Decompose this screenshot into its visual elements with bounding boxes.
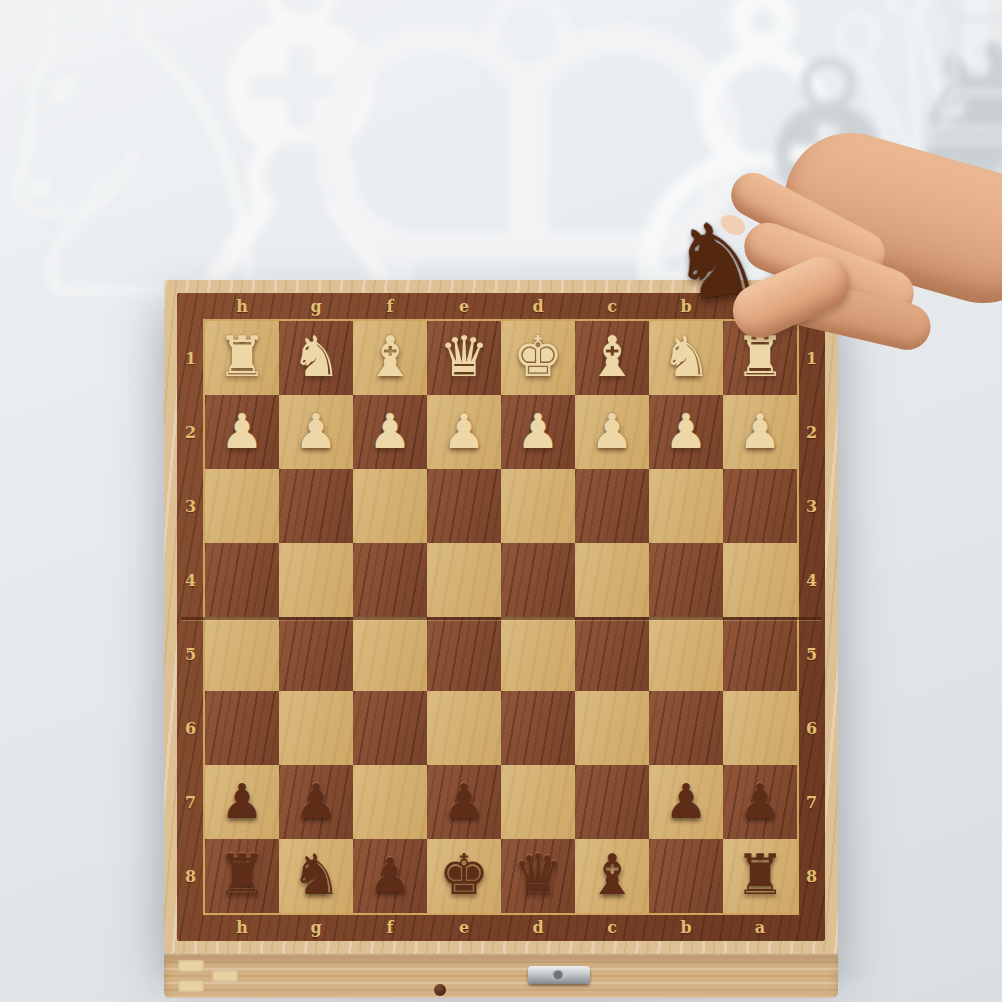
piece-dark-bishop[interactable]: ♝ <box>575 839 649 911</box>
piece-dark-pawn[interactable]: ♟ <box>649 765 723 837</box>
piece-dark-pawn[interactable]: ♟ <box>723 765 797 837</box>
square-g1[interactable]: ♞ <box>279 321 353 395</box>
square-g7[interactable]: ♟ <box>279 765 353 839</box>
coord-label-d: d <box>501 916 575 939</box>
square-a3[interactable] <box>723 469 797 543</box>
piece-light-knight[interactable]: ♞ <box>279 321 353 393</box>
square-c3[interactable] <box>575 469 649 543</box>
piece-light-pawn[interactable]: ♟ <box>353 395 427 467</box>
coord-label-6: 6 <box>179 691 202 765</box>
coord-label-2: 2 <box>800 395 823 469</box>
coord-label-3: 3 <box>800 469 823 543</box>
square-f3[interactable] <box>353 469 427 543</box>
dovetail-joint <box>212 970 238 982</box>
square-c7[interactable] <box>575 765 649 839</box>
coord-label-b: b <box>649 916 723 939</box>
fold-seam <box>181 617 821 620</box>
square-b2[interactable]: ♟ <box>649 395 723 469</box>
piece-light-pawn[interactable]: ♟ <box>575 395 649 467</box>
coord-label-8: 8 <box>179 839 202 913</box>
square-f7[interactable] <box>353 765 427 839</box>
square-e8[interactable]: ♚ <box>427 839 501 913</box>
square-f4[interactable] <box>353 543 427 617</box>
square-b7[interactable]: ♟ <box>649 765 723 839</box>
square-b8[interactable] <box>649 839 723 913</box>
coord-label-5: 5 <box>800 617 823 691</box>
square-d2[interactable]: ♟ <box>501 395 575 469</box>
coord-label-g: g <box>279 916 353 939</box>
square-c6[interactable] <box>575 691 649 765</box>
file-labels-bottom: hgfedcba <box>205 916 797 939</box>
square-a4[interactable] <box>723 543 797 617</box>
piece-light-king[interactable]: ♚ <box>501 321 575 393</box>
square-g4[interactable] <box>279 543 353 617</box>
coord-label-7: 7 <box>179 765 202 839</box>
square-e1[interactable]: ♛ <box>427 321 501 395</box>
metal-latch <box>528 966 590 984</box>
coord-label-g: g <box>279 295 353 318</box>
hand: ♞ <box>690 118 1002 396</box>
square-b3[interactable] <box>649 469 723 543</box>
coord-label-a: a <box>723 916 797 939</box>
square-g3[interactable] <box>279 469 353 543</box>
square-f2[interactable]: ♟ <box>353 395 427 469</box>
square-c5[interactable] <box>575 617 649 691</box>
square-d4[interactable] <box>501 543 575 617</box>
square-d3[interactable] <box>501 469 575 543</box>
square-h6[interactable] <box>205 691 279 765</box>
square-d5[interactable] <box>501 617 575 691</box>
square-h1[interactable]: ♜ <box>205 321 279 395</box>
square-h3[interactable] <box>205 469 279 543</box>
square-c1[interactable]: ♝ <box>575 321 649 395</box>
square-c8[interactable]: ♝ <box>575 839 649 913</box>
piece-light-bishop[interactable]: ♝ <box>353 321 427 393</box>
square-h5[interactable] <box>205 617 279 691</box>
square-e5[interactable] <box>427 617 501 691</box>
square-f5[interactable] <box>353 617 427 691</box>
dovetail-joint <box>178 960 204 972</box>
latch-knob <box>434 984 446 996</box>
coord-label-f: f <box>353 916 427 939</box>
piece-light-pawn[interactable]: ♟ <box>427 395 501 467</box>
piece-light-pawn[interactable]: ♟ <box>723 395 797 467</box>
square-a6[interactable] <box>723 691 797 765</box>
piece-light-pawn[interactable]: ♟ <box>501 395 575 467</box>
piece-light-bishop[interactable]: ♝ <box>575 321 649 393</box>
square-h7[interactable]: ♟ <box>205 765 279 839</box>
square-f8[interactable]: ♟ <box>353 839 427 913</box>
square-g2[interactable]: ♟ <box>279 395 353 469</box>
coord-label-d: d <box>501 295 575 318</box>
square-a2[interactable]: ♟ <box>723 395 797 469</box>
piece-light-pawn[interactable]: ♟ <box>205 395 279 467</box>
piece-dark-pawn[interactable]: ♟ <box>279 765 353 837</box>
coord-label-8: 8 <box>800 839 823 913</box>
coord-label-6: 6 <box>800 691 823 765</box>
piece-dark-king[interactable]: ♚ <box>427 839 501 911</box>
square-e7[interactable]: ♟ <box>427 765 501 839</box>
square-g5[interactable] <box>279 617 353 691</box>
square-d8[interactable]: ♛ <box>501 839 575 913</box>
square-b5[interactable] <box>649 617 723 691</box>
box-front-side <box>164 954 838 998</box>
square-h4[interactable] <box>205 543 279 617</box>
square-d7[interactable] <box>501 765 575 839</box>
piece-light-pawn[interactable]: ♟ <box>279 395 353 467</box>
square-d1[interactable]: ♚ <box>501 321 575 395</box>
square-e3[interactable] <box>427 469 501 543</box>
square-b4[interactable] <box>649 543 723 617</box>
piece-dark-pawn[interactable]: ♟ <box>353 839 427 911</box>
square-a7[interactable]: ♟ <box>723 765 797 839</box>
square-e4[interactable] <box>427 543 501 617</box>
coord-label-e: e <box>427 295 501 318</box>
square-a8[interactable]: ♜ <box>723 839 797 913</box>
coord-label-2: 2 <box>179 395 202 469</box>
square-h8[interactable]: ♜ <box>205 839 279 913</box>
square-c2[interactable]: ♟ <box>575 395 649 469</box>
piece-dark-knight[interactable]: ♞ <box>279 839 353 911</box>
piece-light-pawn[interactable]: ♟ <box>649 395 723 467</box>
piece-light-queen[interactable]: ♛ <box>427 321 501 393</box>
piece-dark-rook[interactable]: ♜ <box>205 839 279 911</box>
square-f1[interactable]: ♝ <box>353 321 427 395</box>
coord-label-h: h <box>205 916 279 939</box>
coord-label-c: c <box>575 916 649 939</box>
square-e6[interactable] <box>427 691 501 765</box>
coord-label-h: h <box>205 295 279 318</box>
square-g8[interactable]: ♞ <box>279 839 353 913</box>
coord-label-4: 4 <box>800 543 823 617</box>
piece-dark-pawn[interactable]: ♟ <box>205 765 279 837</box>
coord-label-f: f <box>353 295 427 318</box>
coord-label-7: 7 <box>800 765 823 839</box>
chess-set-product-photo: ♘ ♗ ♔ ♙ ♕ ♗ ♞ ♖ hgfedcba hgfedcba 123456… <box>0 0 1002 1002</box>
coord-label-1: 1 <box>179 321 202 395</box>
piece-dark-rook[interactable]: ♜ <box>723 839 797 911</box>
square-b6[interactable] <box>649 691 723 765</box>
dovetail-joint <box>178 980 204 992</box>
coord-label-e: e <box>427 916 501 939</box>
coord-label-5: 5 <box>179 617 202 691</box>
coord-label-4: 4 <box>179 543 202 617</box>
piece-light-rook[interactable]: ♜ <box>205 321 279 393</box>
piece-dark-pawn[interactable]: ♟ <box>427 765 501 837</box>
square-a5[interactable] <box>723 617 797 691</box>
square-c4[interactable] <box>575 543 649 617</box>
square-e2[interactable]: ♟ <box>427 395 501 469</box>
coord-label-3: 3 <box>179 469 202 543</box>
piece-dark-queen[interactable]: ♛ <box>501 839 575 911</box>
square-h2[interactable]: ♟ <box>205 395 279 469</box>
square-f6[interactable] <box>353 691 427 765</box>
coord-label-c: c <box>575 295 649 318</box>
square-g6[interactable] <box>279 691 353 765</box>
square-d6[interactable] <box>501 691 575 765</box>
